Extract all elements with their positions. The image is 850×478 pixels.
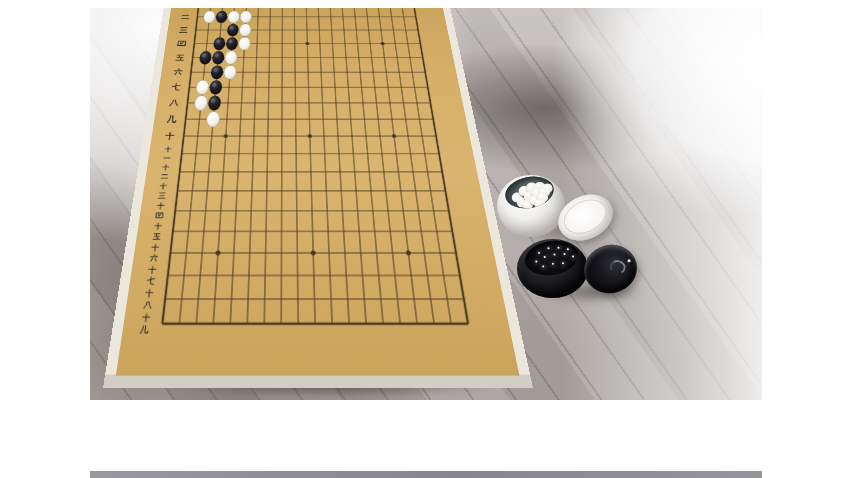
black-stone-bowl	[517, 239, 588, 298]
bowl-black-stone	[539, 263, 549, 272]
lid-highlight-dot	[627, 259, 631, 263]
black-bowl-opening	[523, 237, 581, 279]
white-stone-bowl	[497, 175, 565, 237]
next-photo-edge-strip	[90, 471, 762, 478]
screenshot-root: { "game": "go", "scene_description": "Ov…	[0, 0, 850, 478]
bowl-black-stone	[569, 253, 579, 262]
go-board-surface: 12345678910111213141516171819	[103, 8, 533, 388]
bowl-white-stone	[534, 198, 547, 210]
white-bowl-opening	[502, 173, 556, 213]
go-board: 12345678910111213141516171819	[103, 8, 533, 388]
board-side-edge	[103, 375, 533, 388]
bowl-black-stone	[540, 253, 550, 262]
photo-go-scene: 12345678910111213141516171819	[90, 8, 762, 400]
bowl-black-stone	[559, 260, 569, 269]
bowl-black-stone	[550, 251, 560, 260]
bowl-black-stone	[549, 260, 559, 269]
lid-reflection-swirl	[608, 258, 627, 275]
